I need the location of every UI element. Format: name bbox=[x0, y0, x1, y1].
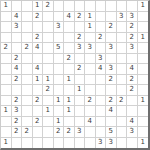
cell-r11c5[interactable]: 1 bbox=[43, 106, 54, 117]
cell-r8c13[interactable]: 2 bbox=[127, 75, 138, 86]
cell-r10c7[interactable]: 1 bbox=[64, 96, 75, 107]
cell-r11c2[interactable]: 3 bbox=[12, 106, 23, 117]
cell-r5c7[interactable] bbox=[64, 43, 75, 54]
clue-digit: 3 bbox=[130, 128, 134, 135]
clue-digit: 1 bbox=[4, 139, 8, 146]
cell-r13c6[interactable]: 2 bbox=[54, 127, 65, 138]
clue-digit: 3 bbox=[77, 44, 81, 51]
clue-digit: 2 bbox=[109, 23, 113, 30]
cell-r1c14[interactable]: 1 bbox=[138, 1, 149, 12]
cell-r14c14[interactable]: 1 bbox=[138, 138, 149, 149]
cell-r14c11[interactable]: 3 bbox=[106, 138, 117, 149]
cell-r6c6[interactable] bbox=[54, 54, 65, 65]
cell-r4c13[interactable]: 2 bbox=[127, 33, 138, 44]
cell-r2c11[interactable] bbox=[106, 12, 117, 23]
cell-r10c2[interactable]: 2 bbox=[12, 96, 23, 107]
cell-r13c11[interactable]: 5 bbox=[106, 127, 117, 138]
cell-r4c4[interactable]: 2 bbox=[33, 33, 44, 44]
cell-r2c2[interactable]: 4 bbox=[12, 12, 23, 23]
cell-r4c8[interactable]: 2 bbox=[75, 33, 86, 44]
cell-r3c8[interactable] bbox=[75, 22, 86, 33]
cell-r13c12[interactable] bbox=[117, 127, 128, 138]
cell-r9c1[interactable] bbox=[1, 85, 12, 96]
clue-digit: 3 bbox=[14, 107, 18, 114]
cell-r11c3[interactable] bbox=[22, 106, 33, 117]
cell-r2c10[interactable] bbox=[96, 12, 107, 23]
clue-digit: 1 bbox=[56, 97, 60, 104]
cell-r9c6[interactable] bbox=[54, 85, 65, 96]
clue-digit: 2 bbox=[56, 128, 60, 135]
cell-r6c14[interactable] bbox=[138, 54, 149, 65]
clue-digit: 2 bbox=[77, 65, 81, 72]
clue-digit: 3 bbox=[98, 139, 102, 146]
cell-r12c7[interactable] bbox=[64, 117, 75, 128]
clue-digit: 4 bbox=[88, 118, 92, 125]
cell-r10c14[interactable]: 1 bbox=[138, 96, 149, 107]
cell-r5c11[interactable]: 3 bbox=[106, 43, 117, 54]
cell-r14c9[interactable] bbox=[85, 138, 96, 149]
cell-r2c1[interactable] bbox=[1, 12, 12, 23]
cell-r1c10[interactable] bbox=[96, 1, 107, 12]
cell-r13c3[interactable]: 2 bbox=[22, 127, 33, 138]
cell-r7c2[interactable]: 4 bbox=[12, 64, 23, 75]
cell-r1c8[interactable] bbox=[75, 1, 86, 12]
cell-r11c1[interactable]: 1 bbox=[1, 106, 12, 117]
clue-digit: 2 bbox=[25, 44, 29, 51]
clue-digit: 2 bbox=[35, 34, 39, 41]
cell-r7c4[interactable]: 4 bbox=[33, 64, 44, 75]
cell-r2c5[interactable] bbox=[43, 12, 54, 23]
cell-r4c5[interactable] bbox=[43, 33, 54, 44]
cell-r3c13[interactable]: 2 bbox=[127, 22, 138, 33]
cell-r14c13[interactable] bbox=[127, 138, 138, 149]
cell-r6c5[interactable] bbox=[43, 54, 54, 65]
cell-r14c8[interactable] bbox=[75, 138, 86, 149]
clue-digit: 1 bbox=[4, 2, 8, 9]
cell-r4c2[interactable] bbox=[12, 33, 23, 44]
cell-r9c9[interactable] bbox=[85, 85, 96, 96]
cell-r14c7[interactable] bbox=[64, 138, 75, 149]
cell-r7c12[interactable] bbox=[117, 64, 128, 75]
cell-r11c8[interactable] bbox=[75, 106, 86, 117]
cell-r1c7[interactable] bbox=[64, 1, 75, 12]
cell-r4c7[interactable] bbox=[64, 33, 75, 44]
cell-r2c8[interactable]: 2 bbox=[75, 12, 86, 23]
clue-digit: 1 bbox=[141, 34, 145, 41]
cell-r8c2[interactable]: 2 bbox=[12, 75, 23, 86]
cell-r4c1[interactable] bbox=[1, 33, 12, 44]
cell-r11c4[interactable] bbox=[33, 106, 44, 117]
clue-digit: 3 bbox=[98, 55, 102, 62]
cell-r3c6[interactable]: 3 bbox=[54, 22, 65, 33]
cell-r2c12[interactable]: 3 bbox=[117, 12, 128, 23]
cell-r3c5[interactable] bbox=[43, 22, 54, 33]
clue-digit: 2 bbox=[4, 44, 8, 51]
clue-digit: 2 bbox=[14, 76, 18, 83]
cell-r2c3[interactable] bbox=[22, 12, 33, 23]
cell-r1c1[interactable]: 1 bbox=[1, 1, 12, 12]
cell-r10c5[interactable] bbox=[43, 96, 54, 107]
cell-r14c2[interactable] bbox=[12, 138, 23, 149]
cell-r14c3[interactable] bbox=[22, 138, 33, 149]
cell-r9c11[interactable] bbox=[106, 85, 117, 96]
cell-r2c9[interactable]: 1 bbox=[85, 12, 96, 23]
cell-r9c14[interactable] bbox=[138, 85, 149, 96]
clue-digit: 2 bbox=[46, 2, 50, 9]
cell-r2c14[interactable] bbox=[138, 12, 149, 23]
clue-digit: 2 bbox=[130, 23, 134, 30]
clue-digit: 1 bbox=[67, 76, 71, 83]
cell-r6c4[interactable] bbox=[33, 54, 44, 65]
cell-r8c11[interactable]: 2 bbox=[106, 75, 117, 86]
cell-r10c13[interactable] bbox=[127, 96, 138, 107]
cell-r11c12[interactable] bbox=[117, 106, 128, 117]
cell-r3c2[interactable]: 3 bbox=[12, 22, 23, 33]
clue-digit: 2 bbox=[130, 86, 134, 93]
cell-r9c3[interactable] bbox=[22, 85, 33, 96]
cell-r13c7[interactable]: 2 bbox=[64, 127, 75, 138]
cell-r11c11[interactable]: 4 bbox=[106, 106, 117, 117]
clue-digit: 5 bbox=[56, 44, 60, 51]
cell-r3c10[interactable] bbox=[96, 22, 107, 33]
cell-r4c11[interactable] bbox=[106, 33, 117, 44]
clue-digit: 2 bbox=[130, 34, 134, 41]
cell-r6c10[interactable]: 3 bbox=[96, 54, 107, 65]
cell-r12c3[interactable] bbox=[22, 117, 33, 128]
cell-r4c10[interactable]: 2 bbox=[96, 33, 107, 44]
cell-r8c1[interactable] bbox=[1, 75, 12, 86]
cell-r13c13[interactable]: 3 bbox=[127, 127, 138, 138]
cell-r2c13[interactable]: 3 bbox=[127, 12, 138, 23]
cell-r6c3[interactable] bbox=[22, 54, 33, 65]
cell-r11c9[interactable] bbox=[85, 106, 96, 117]
clue-digit: 2 bbox=[67, 128, 71, 135]
cell-r3c3[interactable] bbox=[22, 22, 33, 33]
cell-r7c11[interactable]: 3 bbox=[106, 64, 117, 75]
cell-r13c1[interactable] bbox=[1, 127, 12, 138]
cell-r5c14[interactable] bbox=[138, 43, 149, 54]
cell-r10c11[interactable]: 2 bbox=[106, 96, 117, 107]
clue-digit: 2 bbox=[35, 13, 39, 20]
clue-digit: 1 bbox=[141, 97, 145, 104]
cell-r12c13[interactable]: 4 bbox=[127, 117, 138, 128]
cell-r7c5[interactable] bbox=[43, 64, 54, 75]
clue-digit: 4 bbox=[67, 13, 71, 20]
clue-digit: 5 bbox=[109, 128, 113, 135]
cell-r9c8[interactable]: 1 bbox=[75, 85, 86, 96]
clue-digit: 3 bbox=[109, 65, 113, 72]
cell-r3c14[interactable] bbox=[138, 22, 149, 33]
cell-r3c7[interactable] bbox=[64, 22, 75, 33]
cell-r10c8[interactable] bbox=[75, 96, 86, 107]
clue-digit: 3 bbox=[56, 23, 60, 30]
cell-r5c5[interactable] bbox=[43, 43, 54, 54]
cell-r11c10[interactable] bbox=[96, 106, 107, 117]
clue-digit: 1 bbox=[88, 23, 92, 30]
cell-r5c12[interactable] bbox=[117, 43, 128, 54]
cell-r12c2[interactable]: 2 bbox=[12, 117, 23, 128]
clue-digit: 4 bbox=[109, 107, 113, 114]
cell-r14c1[interactable]: 1 bbox=[1, 138, 12, 149]
cell-r12c11[interactable] bbox=[106, 117, 117, 128]
clue-digit: 1 bbox=[4, 107, 8, 114]
clue-digit: 2 bbox=[77, 34, 81, 41]
cell-r10c10[interactable] bbox=[96, 96, 107, 107]
cell-r5c4[interactable]: 4 bbox=[33, 43, 44, 54]
cell-r3c1[interactable] bbox=[1, 22, 12, 33]
cell-r5c9[interactable]: 3 bbox=[85, 43, 96, 54]
cell-r6c2[interactable]: 2 bbox=[12, 54, 23, 65]
cell-r11c6[interactable] bbox=[54, 106, 65, 117]
cell-r8c6[interactable] bbox=[54, 75, 65, 86]
clue-digit: 1 bbox=[141, 139, 145, 146]
clue-digit: 2 bbox=[98, 34, 102, 41]
clue-digit: 3 bbox=[109, 44, 113, 51]
cell-r1c9[interactable] bbox=[85, 1, 96, 12]
cell-r5c6[interactable]: 5 bbox=[54, 43, 65, 54]
cell-r6c1[interactable] bbox=[1, 54, 12, 65]
cell-r12c1[interactable] bbox=[1, 117, 12, 128]
clue-digit: 4 bbox=[130, 118, 134, 125]
cell-r1c5[interactable]: 2 bbox=[43, 1, 54, 12]
cell-r7c3[interactable] bbox=[22, 64, 33, 75]
cell-r12c9[interactable]: 4 bbox=[85, 117, 96, 128]
cell-r5c3[interactable]: 2 bbox=[22, 43, 33, 54]
cell-r10c9[interactable]: 2 bbox=[85, 96, 96, 107]
clue-digit: 3 bbox=[119, 13, 123, 20]
clue-digit: 1 bbox=[56, 118, 60, 125]
clue-digit: 3 bbox=[130, 44, 134, 51]
cell-r9c10[interactable] bbox=[96, 85, 107, 96]
cell-r8c8[interactable] bbox=[75, 75, 86, 86]
cell-r8c9[interactable] bbox=[85, 75, 96, 86]
cell-r5c13[interactable]: 3 bbox=[127, 43, 138, 54]
cell-r13c2[interactable]: 2 bbox=[12, 127, 23, 138]
clue-digit: 1 bbox=[35, 76, 39, 83]
puzzle-grid: 1121424213333122222212245333322344243421… bbox=[0, 0, 150, 150]
cell-r3c4[interactable] bbox=[33, 22, 44, 33]
clue-digit: 3 bbox=[77, 128, 81, 135]
cell-r8c5[interactable]: 1 bbox=[43, 75, 54, 86]
cell-r6c8[interactable] bbox=[75, 54, 86, 65]
cell-r2c6[interactable] bbox=[54, 12, 65, 23]
cell-r7c13[interactable]: 4 bbox=[127, 64, 138, 75]
clue-digit: 1 bbox=[46, 76, 50, 83]
clue-digit: 3 bbox=[88, 44, 92, 51]
clue-digit: 2 bbox=[25, 128, 29, 135]
cell-r11c13[interactable] bbox=[127, 106, 138, 117]
cell-r13c9[interactable] bbox=[85, 127, 96, 138]
cell-r12c8[interactable] bbox=[75, 117, 86, 128]
cell-r7c9[interactable] bbox=[85, 64, 96, 75]
cell-r4c12[interactable] bbox=[117, 33, 128, 44]
cell-r14c4[interactable] bbox=[33, 138, 44, 149]
cell-r12c14[interactable] bbox=[138, 117, 149, 128]
clue-digit: 3 bbox=[130, 13, 134, 20]
cell-r5c2[interactable] bbox=[12, 43, 23, 54]
cell-r9c4[interactable] bbox=[33, 85, 44, 96]
cell-r4c9[interactable] bbox=[85, 33, 96, 44]
clue-digit: 2 bbox=[35, 97, 39, 104]
cell-r3c11[interactable]: 2 bbox=[106, 22, 117, 33]
cell-r11c7[interactable]: 1 bbox=[64, 106, 75, 117]
clue-digit: 1 bbox=[141, 2, 145, 9]
clue-digit: 2 bbox=[130, 76, 134, 83]
cell-r8c7[interactable]: 1 bbox=[64, 75, 75, 86]
cell-r14c5[interactable] bbox=[43, 138, 54, 149]
clue-digit: 2 bbox=[109, 97, 113, 104]
cell-r10c12[interactable]: 2 bbox=[117, 96, 128, 107]
clue-digit: 2 bbox=[14, 55, 18, 62]
cell-r6c9[interactable] bbox=[85, 54, 96, 65]
cell-r6c13[interactable] bbox=[127, 54, 138, 65]
cell-r13c14[interactable] bbox=[138, 127, 149, 138]
clue-digit: 1 bbox=[67, 97, 71, 104]
cell-r6c11[interactable] bbox=[106, 54, 117, 65]
cell-r4c6[interactable] bbox=[54, 33, 65, 44]
cell-r8c14[interactable] bbox=[138, 75, 149, 86]
clue-digit: 1 bbox=[46, 107, 50, 114]
cell-r12c4[interactable]: 2 bbox=[33, 117, 44, 128]
cell-r6c7[interactable]: 2 bbox=[64, 54, 75, 65]
cell-r13c4[interactable] bbox=[33, 127, 44, 138]
cell-r9c12[interactable] bbox=[117, 85, 128, 96]
clue-digit: 1 bbox=[88, 13, 92, 20]
cell-r5c1[interactable]: 2 bbox=[1, 43, 12, 54]
cell-r7c6[interactable] bbox=[54, 64, 65, 75]
cell-r8c4[interactable]: 1 bbox=[33, 75, 44, 86]
cell-r9c7[interactable] bbox=[64, 85, 75, 96]
cell-r5c10[interactable] bbox=[96, 43, 107, 54]
cell-r6c12[interactable] bbox=[117, 54, 128, 65]
clue-digit: 2 bbox=[88, 97, 92, 104]
clue-digit: 4 bbox=[98, 65, 102, 72]
cell-r10c1[interactable] bbox=[1, 96, 12, 107]
clue-digit: 1 bbox=[77, 86, 81, 93]
cell-r3c9[interactable]: 1 bbox=[85, 22, 96, 33]
clue-digit: 4 bbox=[130, 65, 134, 72]
cell-r14c12[interactable] bbox=[117, 138, 128, 149]
cell-r14c6[interactable] bbox=[54, 138, 65, 149]
cell-r1c13[interactable] bbox=[127, 1, 138, 12]
cell-r14c10[interactable]: 3 bbox=[96, 138, 107, 149]
clue-digit: 2 bbox=[35, 118, 39, 125]
cell-r5c8[interactable]: 3 bbox=[75, 43, 86, 54]
cell-r12c10[interactable] bbox=[96, 117, 107, 128]
cell-r7c1[interactable] bbox=[1, 64, 12, 75]
clue-digit: 2 bbox=[119, 97, 123, 104]
cell-r1c4[interactable]: 1 bbox=[33, 1, 44, 12]
cell-r9c13[interactable]: 2 bbox=[127, 85, 138, 96]
cell-r8c3[interactable] bbox=[22, 75, 33, 86]
clue-digit: 3 bbox=[14, 23, 18, 30]
cell-r7c8[interactable]: 2 bbox=[75, 64, 86, 75]
clue-digit: 2 bbox=[109, 76, 113, 83]
cell-r1c11[interactable] bbox=[106, 1, 117, 12]
cell-r8c10[interactable] bbox=[96, 75, 107, 86]
cell-r8c12[interactable] bbox=[117, 75, 128, 86]
clue-digit: 4 bbox=[35, 65, 39, 72]
clue-digit: 4 bbox=[14, 65, 18, 72]
cell-r13c10[interactable] bbox=[96, 127, 107, 138]
clue-digit: 2 bbox=[67, 55, 71, 62]
clue-digit: 4 bbox=[14, 13, 18, 20]
cell-r11c14[interactable] bbox=[138, 106, 149, 117]
cell-r1c2[interactable] bbox=[12, 1, 23, 12]
cell-r1c3[interactable] bbox=[22, 1, 33, 12]
cell-r2c7[interactable]: 4 bbox=[64, 12, 75, 23]
clue-digit: 3 bbox=[109, 139, 113, 146]
cell-r10c4[interactable]: 2 bbox=[33, 96, 44, 107]
clue-digit: 2 bbox=[14, 128, 18, 135]
clue-digit: 2 bbox=[77, 13, 81, 20]
clue-digit: 1 bbox=[67, 107, 71, 114]
cell-r7c10[interactable]: 4 bbox=[96, 64, 107, 75]
cell-r12c12[interactable] bbox=[117, 117, 128, 128]
cell-r9c5[interactable]: 2 bbox=[43, 85, 54, 96]
cell-r2c4[interactable]: 2 bbox=[33, 12, 44, 23]
cell-r4c3[interactable] bbox=[22, 33, 33, 44]
cell-r10c3[interactable] bbox=[22, 96, 33, 107]
cell-r13c8[interactable]: 3 bbox=[75, 127, 86, 138]
cell-r12c5[interactable] bbox=[43, 117, 54, 128]
cell-r1c12[interactable] bbox=[117, 1, 128, 12]
clue-digit: 2 bbox=[46, 86, 50, 93]
cell-r7c14[interactable] bbox=[138, 64, 149, 75]
cell-r13c5[interactable] bbox=[43, 127, 54, 138]
cell-r10c6[interactable]: 1 bbox=[54, 96, 65, 107]
clue-digit: 2 bbox=[14, 97, 18, 104]
clue-digit: 2 bbox=[14, 118, 18, 125]
cell-r1c6[interactable] bbox=[54, 1, 65, 12]
cell-r3c12[interactable] bbox=[117, 22, 128, 33]
cell-r4c14[interactable]: 1 bbox=[138, 33, 149, 44]
cell-r12c6[interactable]: 1 bbox=[54, 117, 65, 128]
cell-r7c7[interactable] bbox=[64, 64, 75, 75]
clue-digit: 4 bbox=[35, 44, 39, 51]
clue-digit: 1 bbox=[35, 2, 39, 9]
cell-r9c2[interactable] bbox=[12, 85, 23, 96]
